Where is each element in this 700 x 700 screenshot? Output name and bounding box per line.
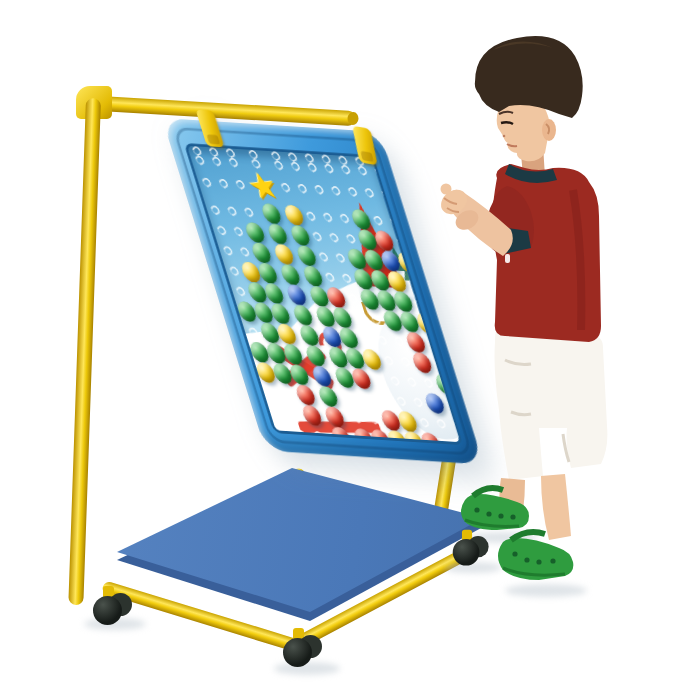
blue-peg [311, 366, 334, 387]
green-peg [279, 264, 302, 285]
green-peg [266, 223, 289, 244]
green-peg [292, 305, 315, 326]
empty-hole [383, 354, 396, 366]
green-peg [317, 386, 340, 407]
empty-hole [296, 182, 309, 194]
front-leg [541, 474, 571, 540]
empty-hole [363, 187, 376, 199]
empty-hole [328, 231, 341, 243]
empty-hole [346, 186, 359, 198]
empty-hole [345, 392, 358, 404]
empty-hole [311, 230, 324, 242]
empty-hole [338, 212, 351, 224]
empty-hole [272, 407, 285, 419]
empty-hole [395, 395, 408, 407]
empty-hole [217, 177, 230, 189]
nostril [503, 135, 506, 138]
easel-left-post [68, 98, 101, 605]
empty-hole [234, 178, 247, 190]
empty-hole [215, 224, 228, 236]
yellow-peg [273, 244, 296, 265]
empty-hole [351, 412, 364, 424]
clog-strap [511, 532, 545, 540]
empty-hole [247, 326, 260, 338]
green-peg [304, 345, 327, 366]
empty-hole [222, 245, 235, 257]
empty-hole [353, 313, 366, 325]
empty-hole [393, 335, 406, 347]
caster-wheel-front [282, 628, 328, 670]
empty-hole [305, 210, 318, 222]
empty-hole [200, 176, 213, 188]
empty-hole [283, 388, 296, 400]
empty-hole [324, 271, 337, 283]
empty-hole [330, 184, 343, 196]
empty-hole [370, 314, 383, 326]
empty-hole [378, 394, 391, 406]
empty-hole [228, 265, 241, 277]
empty-hole [317, 251, 330, 263]
empty-hole [359, 333, 372, 345]
empty-hole [238, 246, 251, 258]
empty-hole [347, 292, 360, 304]
empty-hole [226, 205, 239, 217]
red-peg [323, 406, 346, 427]
green-peg [298, 325, 321, 346]
empty-hole [289, 408, 302, 420]
empty-hole [313, 183, 326, 195]
empty-hole [362, 393, 375, 405]
empty-hole [389, 375, 402, 387]
empty-hole [266, 387, 279, 399]
empty-hole [372, 374, 385, 386]
empty-hole [340, 272, 353, 284]
empty-hole [322, 211, 335, 223]
empty-hole [209, 204, 222, 216]
child-figure [413, 30, 625, 610]
empty-hole [372, 214, 385, 226]
empty-hole [232, 225, 245, 237]
empty-hole [345, 233, 358, 245]
empty-hole [279, 181, 292, 193]
white-shorts [495, 330, 608, 480]
easel-front-leg [284, 468, 306, 589]
thumb [441, 184, 452, 195]
product-photo-stage: ★ [0, 0, 700, 700]
empty-hole [334, 252, 347, 264]
empty-hole [399, 356, 412, 368]
blue-peg [285, 284, 308, 305]
empty-hole [243, 206, 256, 218]
caster-wheel-left [92, 586, 138, 628]
empty-hole [376, 334, 389, 346]
empty-hole [234, 285, 247, 297]
empty-hole [368, 413, 381, 425]
